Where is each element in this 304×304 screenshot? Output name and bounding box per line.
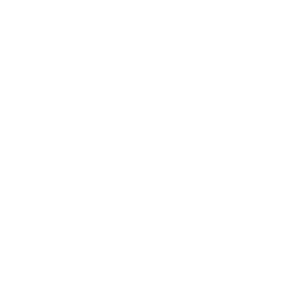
chess-board — [0, 0, 304, 304]
